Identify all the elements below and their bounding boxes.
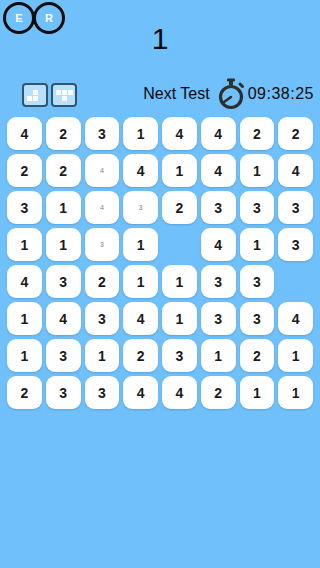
pattern-dot xyxy=(33,90,38,95)
pattern-dot xyxy=(56,90,61,95)
grid-cell[interactable]: 4 xyxy=(162,117,197,150)
grid-cell[interactable]: 2 xyxy=(201,376,236,409)
grid-cell[interactable]: 1 xyxy=(123,265,158,298)
grid-cell[interactable]: 2 xyxy=(240,339,275,372)
grid-cell[interactable]: 3 xyxy=(201,191,236,224)
grid-cell[interactable]: 2 xyxy=(278,117,313,150)
grid-cell[interactable]: 4 xyxy=(123,154,158,187)
grid-cell[interactable]: 4 xyxy=(85,154,120,187)
grid-cell[interactable]: 4 xyxy=(123,302,158,335)
grid-cell[interactable]: 1 xyxy=(162,302,197,335)
pattern-dot xyxy=(68,90,73,95)
grid-cell[interactable]: 2 xyxy=(46,154,81,187)
next-test-label: Next Test xyxy=(143,85,209,103)
screen: { "game": "number-grid memory/matching p… xyxy=(0,0,320,568)
grid-cell[interactable]: 3 xyxy=(240,191,275,224)
number-grid: 4231442222441414314323331131413432113314… xyxy=(7,117,313,409)
grid-cell[interactable]: 2 xyxy=(240,117,275,150)
grid-cell[interactable]: 4 xyxy=(123,376,158,409)
pattern-icon-1[interactable] xyxy=(22,83,48,107)
pattern-dot xyxy=(39,96,44,101)
grid-cell[interactable]: 1 xyxy=(240,154,275,187)
grid-cell[interactable]: 2 xyxy=(123,339,158,372)
grid-cell[interactable]: 4 xyxy=(278,154,313,187)
grid-cell[interactable]: 2 xyxy=(162,191,197,224)
pattern-dot xyxy=(68,96,73,101)
pattern-dot xyxy=(27,90,32,95)
grid-cell[interactable]: 3 xyxy=(85,302,120,335)
grid-cell[interactable]: 1 xyxy=(240,228,275,261)
grid-cell[interactable]: 4 xyxy=(7,265,42,298)
pattern-dot xyxy=(62,96,67,101)
grid-cell[interactable]: 1 xyxy=(162,154,197,187)
grid-cell[interactable]: 1 xyxy=(201,339,236,372)
grid-cell[interactable]: 1 xyxy=(123,117,158,150)
grid-cell[interactable]: 3 xyxy=(278,191,313,224)
stopwatch-icon xyxy=(216,78,246,110)
grid-cell[interactable]: 3 xyxy=(240,302,275,335)
grid-cell[interactable]: 3 xyxy=(85,376,120,409)
grid-cell[interactable]: 1 xyxy=(85,339,120,372)
countdown-timer: 09:38:25 xyxy=(248,85,314,103)
grid-cell[interactable]: 3 xyxy=(85,117,120,150)
pattern-dot xyxy=(56,96,61,101)
pattern-icons xyxy=(22,83,77,107)
grid-cell[interactable]: 3 xyxy=(278,228,313,261)
grid-cell[interactable]: 3 xyxy=(201,302,236,335)
grid-cell[interactable]: 2 xyxy=(7,154,42,187)
grid-cell[interactable]: 4 xyxy=(85,191,120,224)
grid-cell[interactable]: 3 xyxy=(240,265,275,298)
grid-cell[interactable]: 4 xyxy=(201,154,236,187)
grid-cell[interactable]: 4 xyxy=(7,117,42,150)
pattern-icon-2[interactable] xyxy=(51,83,77,107)
grid-cell[interactable]: 3 xyxy=(123,191,158,224)
grid-cell[interactable]: 4 xyxy=(201,117,236,150)
grid-cell[interactable]: 1 xyxy=(123,228,158,261)
grid-cell[interactable]: 3 xyxy=(85,228,120,261)
grid-cell[interactable]: 2 xyxy=(85,265,120,298)
grid-cell[interactable]: 3 xyxy=(46,265,81,298)
grid-cell[interactable]: 3 xyxy=(46,339,81,372)
grid-cell[interactable]: 2 xyxy=(7,376,42,409)
next-test-bar: Next Test 09:38:25 xyxy=(143,78,314,110)
grid-cell[interactable]: 3 xyxy=(46,376,81,409)
pattern-dot xyxy=(27,96,32,101)
grid-cell[interactable]: 1 xyxy=(7,302,42,335)
grid-cell[interactable]: 1 xyxy=(46,191,81,224)
grid-cell[interactable]: 1 xyxy=(7,228,42,261)
grid-cell[interactable]: 4 xyxy=(278,302,313,335)
grid-cell[interactable]: 1 xyxy=(7,339,42,372)
pattern-dot xyxy=(62,90,67,95)
grid-cell[interactable]: 1 xyxy=(278,339,313,372)
grid-cell[interactable]: 1 xyxy=(162,265,197,298)
grid-cell[interactable]: 4 xyxy=(46,302,81,335)
pattern-dot xyxy=(33,96,38,101)
grid-cell[interactable]: 1 xyxy=(278,376,313,409)
grid-cell-empty xyxy=(278,265,313,298)
pattern-dot xyxy=(39,90,44,95)
grid-cell[interactable]: 3 xyxy=(7,191,42,224)
grid-cell[interactable]: 2 xyxy=(46,117,81,150)
grid-cell[interactable]: 4 xyxy=(201,228,236,261)
grid-cell-empty xyxy=(162,228,197,261)
level-number: 1 xyxy=(0,22,320,56)
grid-cell[interactable]: 3 xyxy=(201,265,236,298)
grid-cell[interactable]: 3 xyxy=(162,339,197,372)
grid-cell[interactable]: 4 xyxy=(162,376,197,409)
grid-cell[interactable]: 1 xyxy=(240,376,275,409)
grid-cell[interactable]: 1 xyxy=(46,228,81,261)
